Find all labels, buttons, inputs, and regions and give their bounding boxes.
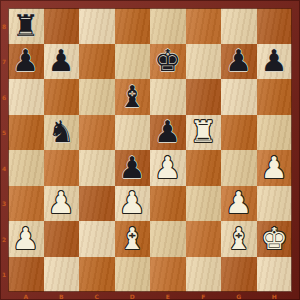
square-g6[interactable] <box>221 79 257 115</box>
square-e3[interactable] <box>150 186 186 222</box>
square-b3[interactable]: ♟ <box>44 186 80 222</box>
square-a2[interactable]: ♟ <box>8 221 44 257</box>
black-pawn[interactable]: ♟ <box>48 46 75 76</box>
square-b4[interactable] <box>44 150 80 186</box>
square-h1[interactable] <box>257 257 293 293</box>
square-g3[interactable]: ♟ <box>221 186 257 222</box>
rank-label: 5 <box>2 129 6 136</box>
square-a6[interactable] <box>8 79 44 115</box>
square-f4[interactable] <box>186 150 222 186</box>
square-e5[interactable]: ♟ <box>150 115 186 151</box>
file-label: D <box>130 293 135 300</box>
black-pawn[interactable]: ♟ <box>154 117 181 147</box>
square-g5[interactable] <box>221 115 257 151</box>
square-f2[interactable] <box>186 221 222 257</box>
square-h2[interactable]: ♚ <box>257 221 293 257</box>
black-rook[interactable]: ♜ <box>12 11 39 41</box>
square-h5[interactable] <box>257 115 293 151</box>
rank-label: 4 <box>2 164 6 171</box>
square-h4[interactable]: ♟ <box>257 150 293 186</box>
square-b1[interactable] <box>44 257 80 293</box>
square-b2[interactable] <box>44 221 80 257</box>
square-e2[interactable] <box>150 221 186 257</box>
square-d4[interactable]: ♟ <box>115 150 151 186</box>
square-h7[interactable]: ♟ <box>257 44 293 80</box>
square-c4[interactable] <box>79 150 115 186</box>
square-d6[interactable]: ♝ <box>115 79 151 115</box>
square-a5[interactable] <box>8 115 44 151</box>
black-pawn[interactable]: ♟ <box>261 46 288 76</box>
white-pawn[interactable]: ♟ <box>154 153 181 183</box>
square-g7[interactable]: ♟ <box>221 44 257 80</box>
square-a1[interactable] <box>8 257 44 293</box>
square-f7[interactable] <box>186 44 222 80</box>
square-d5[interactable] <box>115 115 151 151</box>
black-king[interactable]: ♚ <box>154 46 181 76</box>
file-label: B <box>59 293 64 300</box>
square-h6[interactable] <box>257 79 293 115</box>
file-label: H <box>272 293 277 300</box>
square-d1[interactable] <box>115 257 151 293</box>
square-e4[interactable]: ♟ <box>150 150 186 186</box>
white-rook[interactable]: ♜ <box>190 117 217 147</box>
square-d7[interactable] <box>115 44 151 80</box>
rank-label: 1 <box>2 271 6 278</box>
black-knight[interactable]: ♞ <box>48 117 75 147</box>
square-f8[interactable] <box>186 8 222 44</box>
square-e7[interactable]: ♚ <box>150 44 186 80</box>
square-h8[interactable] <box>257 8 293 44</box>
rank-label: 8 <box>2 22 6 29</box>
square-g8[interactable] <box>221 8 257 44</box>
rank-label: 2 <box>2 235 6 242</box>
square-h3[interactable] <box>257 186 293 222</box>
square-f3[interactable] <box>186 186 222 222</box>
square-f1[interactable] <box>186 257 222 293</box>
square-g1[interactable] <box>221 257 257 293</box>
square-d3[interactable]: ♟ <box>115 186 151 222</box>
square-e1[interactable] <box>150 257 186 293</box>
square-b5[interactable]: ♞ <box>44 115 80 151</box>
square-c7[interactable] <box>79 44 115 80</box>
square-e6[interactable] <box>150 79 186 115</box>
square-b6[interactable] <box>44 79 80 115</box>
square-g4[interactable] <box>221 150 257 186</box>
square-f6[interactable] <box>186 79 222 115</box>
square-d2[interactable]: ♝ <box>115 221 151 257</box>
white-bishop[interactable]: ♝ <box>119 224 146 254</box>
square-c6[interactable] <box>79 79 115 115</box>
file-label: C <box>95 293 99 300</box>
black-pawn[interactable]: ♟ <box>119 153 146 183</box>
square-g2[interactable]: ♝ <box>221 221 257 257</box>
black-bishop[interactable]: ♝ <box>119 82 146 112</box>
square-a4[interactable] <box>8 150 44 186</box>
square-a8[interactable]: ♜ <box>8 8 44 44</box>
white-king[interactable]: ♚ <box>261 224 288 254</box>
chess-board: ♜♟♟♚♟♟♝♞♟♜♟♟♟♟♟♟♟♝♝♚ 87654321 ABCDEFGH <box>0 0 300 300</box>
file-label: A <box>23 293 28 300</box>
square-a7[interactable]: ♟ <box>8 44 44 80</box>
square-c2[interactable] <box>79 221 115 257</box>
rank-label: 3 <box>2 200 6 207</box>
rank-label: 7 <box>2 58 6 65</box>
black-pawn[interactable]: ♟ <box>225 46 252 76</box>
board-grid: ♜♟♟♚♟♟♝♞♟♜♟♟♟♟♟♟♟♝♝♚ <box>8 8 292 292</box>
square-c5[interactable] <box>79 115 115 151</box>
white-pawn[interactable]: ♟ <box>119 188 146 218</box>
square-d8[interactable] <box>115 8 151 44</box>
white-bishop[interactable]: ♝ <box>225 224 252 254</box>
square-b8[interactable] <box>44 8 80 44</box>
white-pawn[interactable]: ♟ <box>261 153 288 183</box>
square-c3[interactable] <box>79 186 115 222</box>
white-pawn[interactable]: ♟ <box>225 188 252 218</box>
white-pawn[interactable]: ♟ <box>48 188 75 218</box>
file-label: E <box>166 293 170 300</box>
square-c8[interactable] <box>79 8 115 44</box>
square-f5[interactable]: ♜ <box>186 115 222 151</box>
square-c1[interactable] <box>79 257 115 293</box>
square-e8[interactable] <box>150 8 186 44</box>
file-label: G <box>236 293 241 300</box>
black-pawn[interactable]: ♟ <box>12 46 39 76</box>
file-label: F <box>201 293 205 300</box>
rank-label: 6 <box>2 93 6 100</box>
square-a3[interactable] <box>8 186 44 222</box>
white-pawn[interactable]: ♟ <box>12 224 39 254</box>
square-b7[interactable]: ♟ <box>44 44 80 80</box>
